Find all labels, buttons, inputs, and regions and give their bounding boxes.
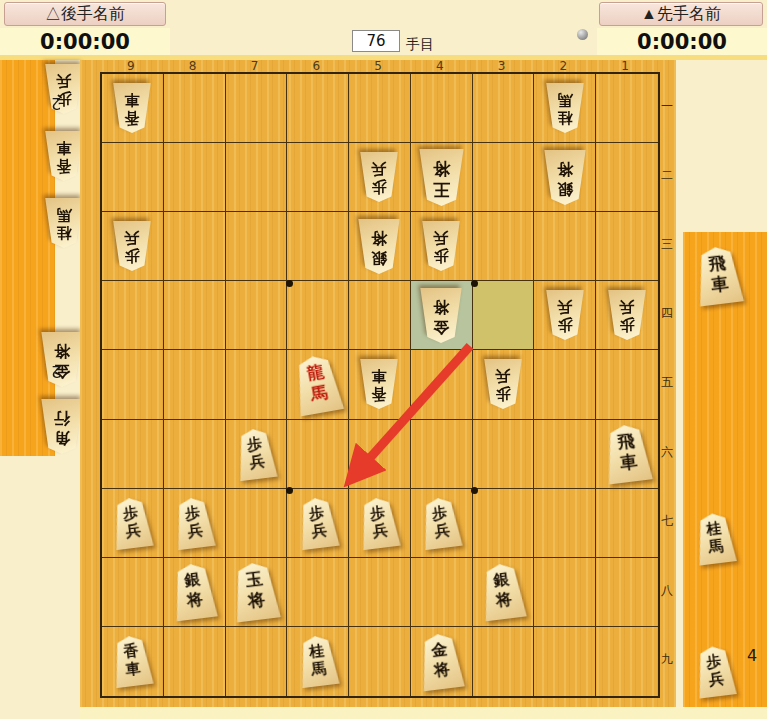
board-cell-5-2[interactable]: 歩兵: [349, 143, 411, 212]
gote-hand-bishop: 角行: [4, 399, 84, 459]
board-cell-9-3[interactable]: 歩兵: [102, 212, 164, 281]
piece-face: 銀将: [357, 219, 401, 274]
piece-face: 金将: [40, 332, 84, 387]
piece-face: 王将: [418, 149, 465, 206]
piece-face: 銀将: [169, 562, 219, 622]
board-cell-2-9[interactable]: [534, 627, 596, 696]
piece-face: 歩兵: [421, 221, 461, 271]
piece-kanji: 王: [433, 179, 450, 200]
file-label: 3: [471, 60, 533, 72]
board-cell-7-6[interactable]: 歩兵: [226, 420, 288, 489]
piece-pawn[interactable]: 歩兵: [4, 64, 84, 114]
file-label: 8: [162, 60, 224, 72]
board-cell-8-8[interactable]: 銀将: [164, 558, 226, 627]
board-cell-2-4[interactable]: 歩兵: [534, 281, 596, 350]
piece-kanji: 将: [433, 158, 450, 179]
star-point: [286, 280, 293, 287]
board-cell-8-9[interactable]: [164, 627, 226, 696]
piece-gold[interactable]: 金将: [4, 332, 84, 387]
board-cell-2-5[interactable]: [534, 350, 596, 419]
piece-king[interactable]: 玉将: [229, 561, 283, 623]
board-cell-5-5[interactable]: 香車: [349, 350, 411, 419]
piece-kanji: 兵: [372, 160, 387, 178]
piece-pawn[interactable]: 歩兵: [359, 152, 399, 202]
board-cell-5-4[interactable]: [349, 281, 411, 350]
piece-kanji: 角: [54, 428, 70, 448]
piece-kanji: 金: [433, 317, 449, 337]
board-cell-7-3[interactable]: [226, 212, 288, 281]
file-label: 5: [347, 60, 409, 72]
piece-kanji: 兵: [434, 229, 449, 247]
bottom-strip: [80, 707, 767, 719]
board-cell-4-8[interactable]: [411, 558, 473, 627]
piece-kanji: 将: [557, 159, 573, 179]
piece-kanji: 兵: [557, 298, 572, 316]
piece-face: 歩兵: [295, 495, 341, 550]
piece-knight[interactable]: 桂馬: [545, 83, 585, 133]
move-number-label: 手目: [406, 36, 434, 54]
board-cell-1-6[interactable]: 飛車: [596, 420, 658, 489]
board-cell-6-4[interactable]: [287, 281, 349, 350]
piece-kanji: 車: [57, 139, 72, 157]
piece-kanji: 将: [54, 341, 70, 361]
piece-kanji: 馬: [57, 206, 72, 224]
piece-kanji: 歩: [184, 503, 201, 523]
sente-name-button[interactable]: ▲先手名前: [599, 2, 763, 26]
piece-kanji: 歩: [372, 178, 387, 196]
board-cell-6-6[interactable]: [287, 420, 349, 489]
piece-face: 飛車: [692, 244, 746, 306]
piece-face: 歩兵: [44, 64, 84, 114]
board-cell-6-5[interactable]: 龍馬: [287, 350, 349, 419]
piece-kanji: 兵: [187, 521, 204, 541]
board-cell-6-9[interactable]: 桂馬: [287, 627, 349, 696]
piece-face: 桂馬: [44, 198, 84, 248]
piece-pawn[interactable]: 歩兵: [295, 495, 341, 550]
sente-hand-pawn: 歩兵4: [695, 644, 767, 704]
move-number-input[interactable]: [352, 30, 400, 52]
board-cell-5-6[interactable]: [349, 420, 411, 489]
piece-silver[interactable]: 銀将: [169, 562, 219, 622]
piece-king[interactable]: 王将: [418, 149, 465, 206]
board-cell-6-7[interactable]: 歩兵: [287, 489, 349, 558]
board-cell-4-6[interactable]: [411, 420, 473, 489]
piece-kanji: 将: [433, 659, 451, 681]
piece-kanji: 車: [710, 273, 729, 296]
board-cell-4-5[interactable]: [411, 350, 473, 419]
board-cell-7-8[interactable]: 玉将: [226, 558, 288, 627]
rank-label: 三: [658, 210, 676, 279]
rank-label: 九: [658, 625, 676, 694]
piece-face: 歩兵: [607, 290, 647, 340]
piece-gold[interactable]: 金将: [419, 288, 463, 343]
board-cell-4-3[interactable]: 歩兵: [411, 212, 473, 281]
piece-kanji: 香: [372, 385, 387, 403]
piece-kanji: 将: [495, 589, 513, 611]
piece-face: 桂馬: [545, 83, 585, 133]
piece-gold[interactable]: 金将: [416, 631, 466, 691]
board-cell-6-2[interactable]: [287, 143, 349, 212]
piece-pawn[interactable]: 歩兵: [171, 495, 217, 550]
board-cell-1-3[interactable]: [596, 212, 658, 281]
board-cell-8-1[interactable]: [164, 74, 226, 143]
piece-kanji: 桂: [705, 519, 722, 539]
board-cell-2-6[interactable]: [534, 420, 596, 489]
file-label: 7: [224, 60, 286, 72]
board-cell-4-7[interactable]: 歩兵: [411, 489, 473, 558]
board-cell-6-3[interactable]: [287, 212, 349, 281]
piece-face: 香車: [359, 359, 399, 409]
piece-pawn[interactable]: 歩兵: [418, 495, 464, 550]
board-cell-9-1[interactable]: 香車: [102, 74, 164, 143]
piece-face: 銀将: [543, 150, 587, 205]
piece-kanji: 歩: [370, 503, 387, 523]
piece-kanji: 飛: [707, 252, 726, 275]
board-cell-5-9[interactable]: [349, 627, 411, 696]
piece-pawn[interactable]: 歩兵: [357, 495, 403, 550]
piece-silver[interactable]: 銀将: [357, 219, 401, 274]
board-cell-2-8[interactable]: [534, 558, 596, 627]
piece-kanji: 歩: [246, 434, 263, 454]
piece-pawn[interactable]: 歩兵: [112, 221, 152, 271]
piece-kanji: 兵: [125, 229, 140, 247]
piece-kanji: 銀: [557, 179, 573, 199]
piece-rook[interactable]: 飛車: [600, 422, 654, 484]
piece-kanji: 将: [186, 589, 204, 611]
piece-bishop[interactable]: 角行: [4, 399, 84, 454]
board-cell-5-8[interactable]: [349, 558, 411, 627]
piece-silver[interactable]: 銀将: [543, 150, 587, 205]
board-cell-3-1[interactable]: [473, 74, 535, 143]
file-labels: 987654321: [100, 60, 656, 72]
piece-kanji: 歩: [432, 503, 449, 523]
board-cell-3-7[interactable]: [473, 489, 535, 558]
piece-knight[interactable]: 桂馬: [4, 198, 84, 248]
piece-kanji: 歩: [434, 247, 449, 265]
board-cell-9-6[interactable]: [102, 420, 164, 489]
piece-pawn[interactable]: 歩兵: [109, 495, 155, 550]
board-cell-3-5[interactable]: 歩兵: [473, 350, 535, 419]
piece-kanji: 馬: [310, 660, 327, 680]
board-cell-9-9[interactable]: 香車: [102, 627, 164, 696]
piece-lance[interactable]: 香車: [112, 83, 152, 133]
piece-kanji: 車: [372, 367, 387, 385]
board-cell-9-8[interactable]: [102, 558, 164, 627]
piece-face: 歩兵: [171, 495, 217, 550]
file-label: 2: [532, 60, 594, 72]
piece-kanji: 歩: [705, 652, 722, 672]
piece-kanji: 桂: [57, 224, 72, 242]
rank-label: 五: [658, 348, 676, 417]
board-cell-8-2[interactable]: [164, 143, 226, 212]
piece-face: 歩兵: [692, 644, 738, 699]
piece-kanji: 兵: [310, 521, 327, 541]
piece-kanji: 兵: [248, 452, 265, 472]
piece-kanji: 兵: [620, 298, 635, 316]
app-root: △後手名前 ▲先手名前 0:00:00 0:00:00 手目 歩兵2香車桂馬金将…: [0, 0, 767, 719]
piece-face: 歩兵: [545, 290, 585, 340]
rank-label: 八: [658, 556, 676, 625]
board-cell-7-1[interactable]: [226, 74, 288, 143]
board-cell-6-8[interactable]: [287, 558, 349, 627]
board-cell-2-2[interactable]: 銀将: [534, 143, 596, 212]
board-cell-3-3[interactable]: [473, 212, 535, 281]
piece-kanji: 玉: [245, 568, 264, 591]
board-cell-1-8[interactable]: [596, 558, 658, 627]
piece-face: 桂馬: [692, 511, 738, 566]
piece-kanji: 銀: [184, 569, 202, 591]
piece-kanji: 馬: [708, 537, 725, 557]
board-cell-1-4[interactable]: 歩兵: [596, 281, 658, 350]
piece-face: 歩兵: [112, 221, 152, 271]
board-cell-8-7[interactable]: 歩兵: [164, 489, 226, 558]
piece-pawn[interactable]: 歩兵: [607, 290, 647, 340]
gote-hand-lance: 香車: [4, 131, 84, 191]
piece-kanji: 歩: [620, 316, 635, 334]
piece-face: 歩兵: [483, 359, 523, 409]
board-cell-4-4[interactable]: 金将: [411, 281, 473, 350]
star-point: [471, 280, 478, 287]
board-cell-7-7[interactable]: [226, 489, 288, 558]
piece-face: 桂馬: [295, 634, 341, 689]
piece-lance[interactable]: 香車: [4, 131, 84, 181]
piece-kanji: 将: [247, 589, 266, 612]
board-cell-4-2[interactable]: 王将: [411, 143, 473, 212]
gote-name-button[interactable]: △後手名前: [4, 2, 166, 26]
piece-pawn[interactable]: 歩兵: [421, 221, 461, 271]
piece-face: 金将: [419, 288, 463, 343]
board-cell-7-5[interactable]: [226, 350, 288, 419]
piece-face: 歩兵: [418, 495, 464, 550]
board-cell-9-7[interactable]: 歩兵: [102, 489, 164, 558]
file-label: 1: [594, 60, 656, 72]
piece-kanji: 金: [431, 639, 449, 661]
rank-label: 七: [658, 487, 676, 556]
board-cell-2-7[interactable]: [534, 489, 596, 558]
piece-face: 歩兵: [233, 426, 279, 481]
sente-hand-pawn-count: 4: [747, 646, 757, 665]
piece-face: 飛車: [600, 422, 654, 484]
piece-kanji: 歩: [125, 247, 140, 265]
gote-hand-pawn-count: 2: [51, 94, 61, 113]
indicator-dot-icon: [577, 29, 588, 40]
piece-kanji: 歩: [496, 385, 511, 403]
gote-hand-knight: 桂馬: [4, 198, 84, 258]
board-cell-6-1[interactable]: [287, 74, 349, 143]
board-cell-2-1[interactable]: 桂馬: [534, 74, 596, 143]
piece-kanji: 歩: [123, 503, 140, 523]
piece-kanji: 兵: [372, 521, 389, 541]
rank-label: 六: [658, 418, 676, 487]
piece-promoted-bishop[interactable]: 龍馬: [290, 352, 346, 416]
piece-face: 香車: [44, 131, 84, 181]
rank-labels: 一二三四五六七八九: [658, 72, 676, 694]
gote-hand-tray: 歩兵2香車桂馬金将2角行: [0, 60, 55, 456]
piece-kanji: 行: [54, 408, 70, 428]
board-cell-4-9[interactable]: 金将: [411, 627, 473, 696]
piece-face: 香車: [112, 83, 152, 133]
board-cell-4-1[interactable]: [411, 74, 473, 143]
board-cell-7-9[interactable]: [226, 627, 288, 696]
piece-kanji: 飛: [616, 430, 635, 453]
piece-kanji: 兵: [125, 521, 142, 541]
piece-kanji: 銀: [371, 248, 387, 268]
file-label: 9: [100, 60, 162, 72]
piece-knight[interactable]: 桂馬: [692, 506, 767, 565]
piece-kanji: 桂: [557, 109, 572, 127]
sente-hand-knight: 桂馬: [695, 511, 767, 571]
piece-kanji: 香: [125, 109, 140, 127]
board-cell-1-1[interactable]: [596, 74, 658, 143]
board-cell-5-1[interactable]: [349, 74, 411, 143]
board-cell-7-4[interactable]: [226, 281, 288, 350]
board-cell-5-3[interactable]: 銀将: [349, 212, 411, 281]
piece-pawn[interactable]: 歩兵: [545, 290, 585, 340]
piece-silver[interactable]: 銀将: [478, 562, 528, 622]
piece-face: 歩兵: [359, 152, 399, 202]
piece-face: 角行: [40, 399, 84, 454]
piece-kanji: 銀: [492, 569, 510, 591]
board-grid: 香車桂馬歩兵王将銀将歩兵銀将歩兵金将歩兵歩兵龍馬香車歩兵歩兵飛車歩兵歩兵歩兵歩兵…: [100, 72, 660, 698]
board-cell-5-7[interactable]: 歩兵: [349, 489, 411, 558]
rank-label: 四: [658, 279, 676, 348]
board-cell-3-4[interactable]: [473, 281, 535, 350]
board-cell-1-5[interactable]: [596, 350, 658, 419]
sente-clock: 0:00:00: [597, 28, 767, 55]
rank-label: 一: [658, 72, 676, 141]
piece-kanji: 兵: [708, 670, 725, 690]
piece-face: 香車: [109, 634, 155, 689]
gote-hand-pawn: 歩兵2: [4, 64, 84, 124]
board-cell-8-4[interactable]: [164, 281, 226, 350]
board-cell-3-2[interactable]: [473, 143, 535, 212]
board-cell-1-2[interactable]: [596, 143, 658, 212]
piece-face: 龍馬: [290, 352, 346, 416]
piece-lance[interactable]: 香車: [359, 359, 399, 409]
piece-pawn[interactable]: 歩兵: [483, 359, 523, 409]
piece-kanji: 馬: [309, 382, 329, 406]
piece-kanji: 車: [125, 91, 140, 109]
piece-kanji: 歩: [557, 316, 572, 334]
piece-pawn[interactable]: 歩兵: [233, 426, 279, 481]
piece-kanji: 将: [433, 297, 449, 317]
piece-knight[interactable]: 桂馬: [295, 634, 341, 689]
piece-kanji: 車: [125, 660, 142, 680]
board-cell-3-6[interactable]: [473, 420, 535, 489]
board-cell-9-5[interactable]: [102, 350, 164, 419]
piece-lance[interactable]: 香車: [109, 634, 155, 689]
piece-kanji: 兵: [57, 72, 72, 90]
rank-label: 二: [658, 141, 676, 210]
file-label: 6: [285, 60, 347, 72]
piece-face: 金将: [416, 631, 466, 691]
piece-kanji: 歩: [308, 503, 325, 523]
piece-face: 銀将: [478, 562, 528, 622]
board-cell-8-3[interactable]: [164, 212, 226, 281]
piece-face: 歩兵: [109, 495, 155, 550]
piece-rook[interactable]: 飛車: [692, 240, 767, 306]
board-cell-8-6[interactable]: [164, 420, 226, 489]
board-cell-7-2[interactable]: [226, 143, 288, 212]
board-cell-8-5[interactable]: [164, 350, 226, 419]
piece-kanji: 将: [371, 228, 387, 248]
board-cell-1-7[interactable]: [596, 489, 658, 558]
star-point: [286, 487, 293, 494]
board-cell-9-4[interactable]: [102, 281, 164, 350]
board-cell-9-2[interactable]: [102, 143, 164, 212]
board-cell-3-8[interactable]: 銀将: [473, 558, 535, 627]
piece-kanji: 馬: [557, 91, 572, 109]
shogi-board-panel: 987654321 一二三四五六七八九 香車桂馬歩兵王将銀将歩兵銀将歩兵金将歩兵…: [80, 60, 676, 710]
sente-hand-tray: 飛車桂馬歩兵4: [683, 232, 767, 719]
piece-kanji: 香: [57, 157, 72, 175]
gote-hand-gold: 金将2: [4, 332, 84, 392]
gote-clock: 0:00:00: [0, 28, 170, 55]
gote-hand-gold-count: 2: [51, 362, 61, 381]
piece-face: 玉将: [229, 561, 283, 623]
board-cell-3-9[interactable]: [473, 627, 535, 696]
file-label: 4: [409, 60, 471, 72]
piece-kanji: 兵: [496, 367, 511, 385]
piece-face: 歩兵: [357, 495, 403, 550]
board-cell-1-9[interactable]: [596, 627, 658, 696]
board-cell-2-3[interactable]: [534, 212, 596, 281]
piece-kanji: 兵: [434, 521, 451, 541]
piece-kanji: 車: [618, 451, 637, 474]
sente-hand-rook: 飛車: [695, 245, 767, 305]
